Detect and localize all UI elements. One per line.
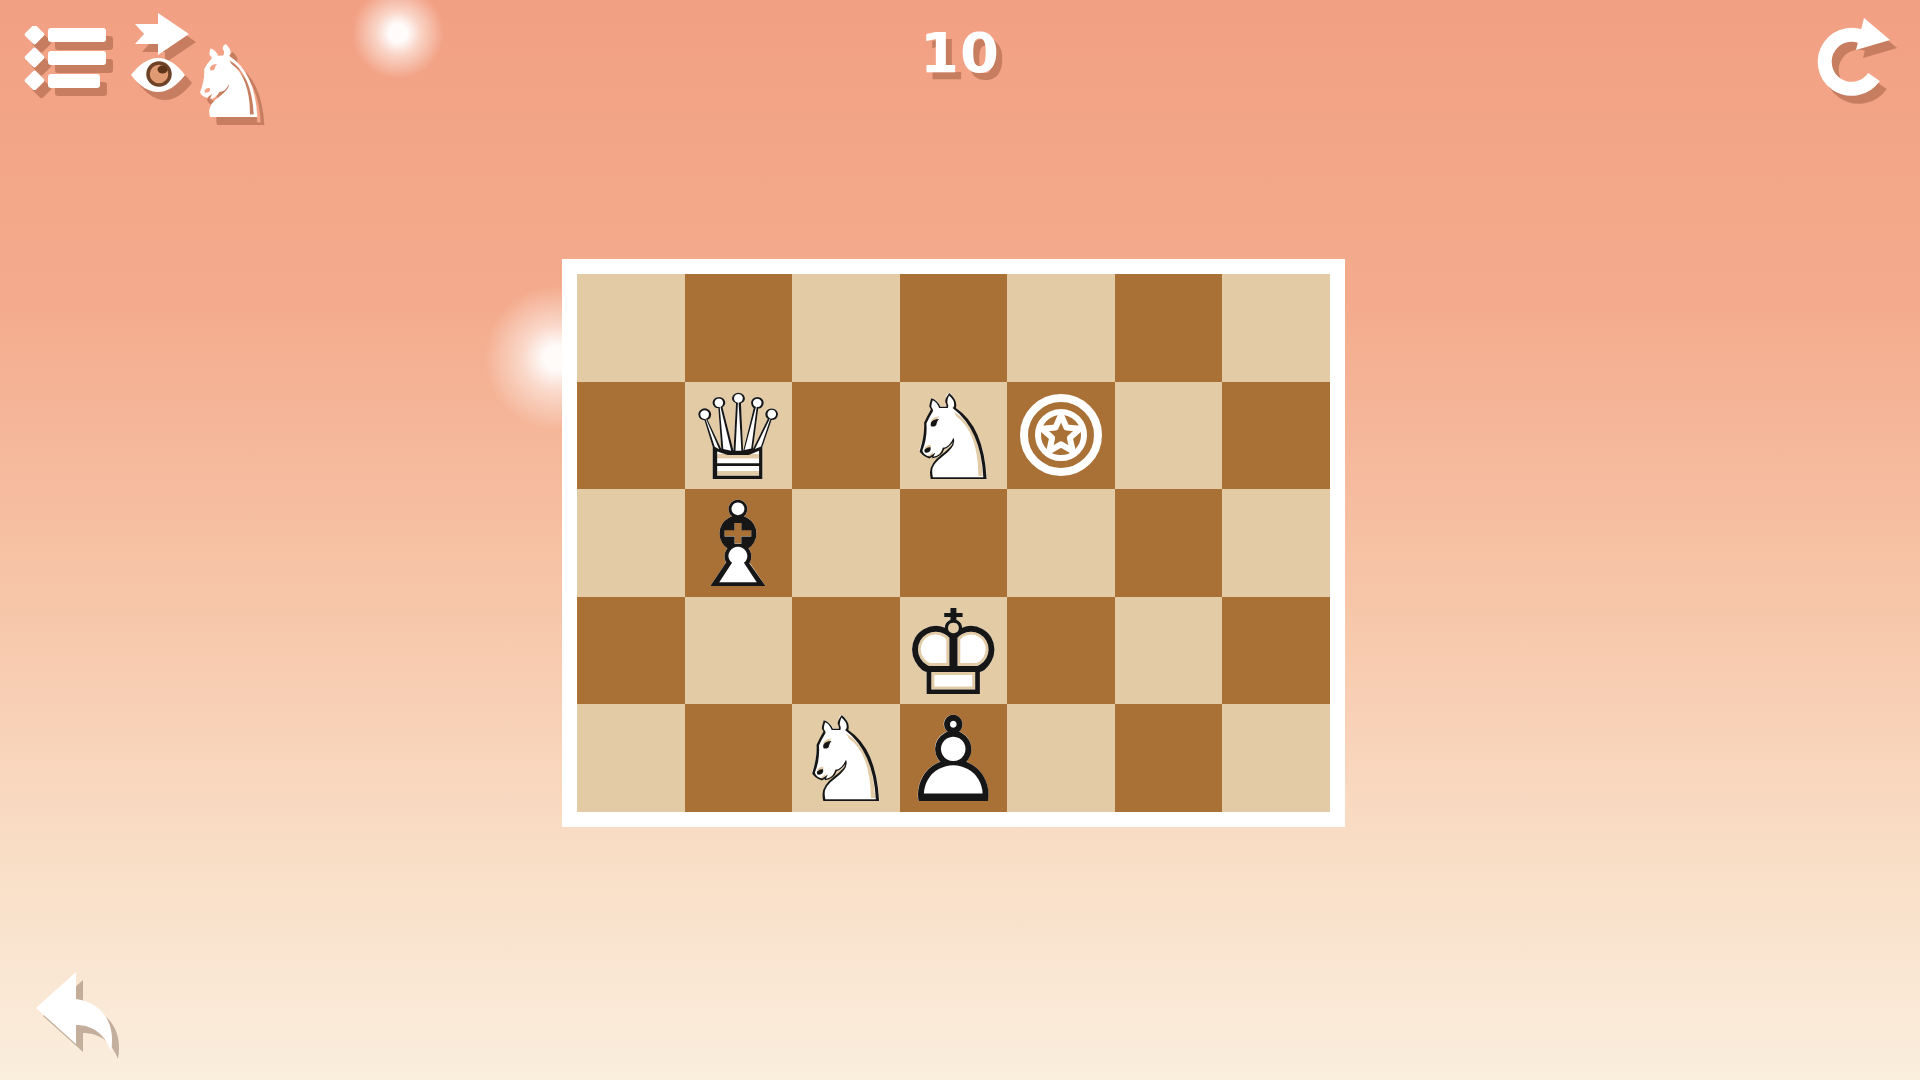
square-e4[interactable] [1007, 382, 1115, 490]
square-b5[interactable] [685, 274, 793, 382]
square-b1[interactable] [685, 704, 793, 812]
square-g1[interactable] [1222, 704, 1330, 812]
square-b4[interactable]: ♛♕ [685, 382, 793, 490]
square-e1[interactable] [1007, 704, 1115, 812]
square-e3[interactable] [1007, 489, 1115, 597]
square-a3[interactable] [577, 489, 685, 597]
restart-icon [1814, 88, 1892, 103]
square-a5[interactable] [577, 274, 685, 382]
white-knight[interactable]: ♞♘ [900, 382, 1008, 490]
square-a4[interactable] [577, 382, 685, 490]
square-f4[interactable] [1115, 382, 1223, 490]
white-queen[interactable]: ♛♕ [685, 382, 793, 490]
square-c2[interactable] [792, 597, 900, 705]
white-knight[interactable]: ♞♘ [792, 704, 900, 812]
square-f2[interactable] [1115, 597, 1223, 705]
square-g2[interactable] [1222, 597, 1330, 705]
white-pawn[interactable]: ♟♙ [900, 704, 1008, 812]
square-g3[interactable] [1222, 489, 1330, 597]
target-star-marker [1007, 382, 1115, 490]
square-g4[interactable] [1222, 382, 1330, 490]
white-bishop[interactable]: ♝♗ [685, 489, 793, 597]
square-e5[interactable] [1007, 274, 1115, 382]
level-number: 10 [0, 20, 1920, 85]
chess-board: ♛♕♞♘ ♝♗♚♔♞♘♟♙ [562, 259, 1345, 827]
restart-button[interactable] [1814, 16, 1892, 100]
square-d1[interactable]: ♟♙ [900, 704, 1008, 812]
square-c5[interactable] [792, 274, 900, 382]
square-f5[interactable] [1115, 274, 1223, 382]
square-d3[interactable] [900, 489, 1008, 597]
square-f3[interactable] [1115, 489, 1223, 597]
square-c4[interactable] [792, 382, 900, 490]
undo-button[interactable] [24, 966, 120, 1058]
square-a1[interactable] [577, 704, 685, 812]
square-c3[interactable] [792, 489, 900, 597]
white-king[interactable]: ♚♔ [900, 597, 1008, 705]
square-g5[interactable] [1222, 274, 1330, 382]
square-a2[interactable] [577, 597, 685, 705]
undo-arrow-icon [24, 1046, 120, 1061]
game-screen: ♞ 10 ♛♕♞♘ [0, 0, 1920, 1080]
square-d2[interactable]: ♚♔ [900, 597, 1008, 705]
square-f1[interactable] [1115, 704, 1223, 812]
square-d4[interactable]: ♞♘ [900, 382, 1008, 490]
square-c1[interactable]: ♞♘ [792, 704, 900, 812]
square-e2[interactable] [1007, 597, 1115, 705]
square-d5[interactable] [900, 274, 1008, 382]
square-b2[interactable] [685, 597, 793, 705]
square-b3[interactable]: ♝♗ [685, 489, 793, 597]
